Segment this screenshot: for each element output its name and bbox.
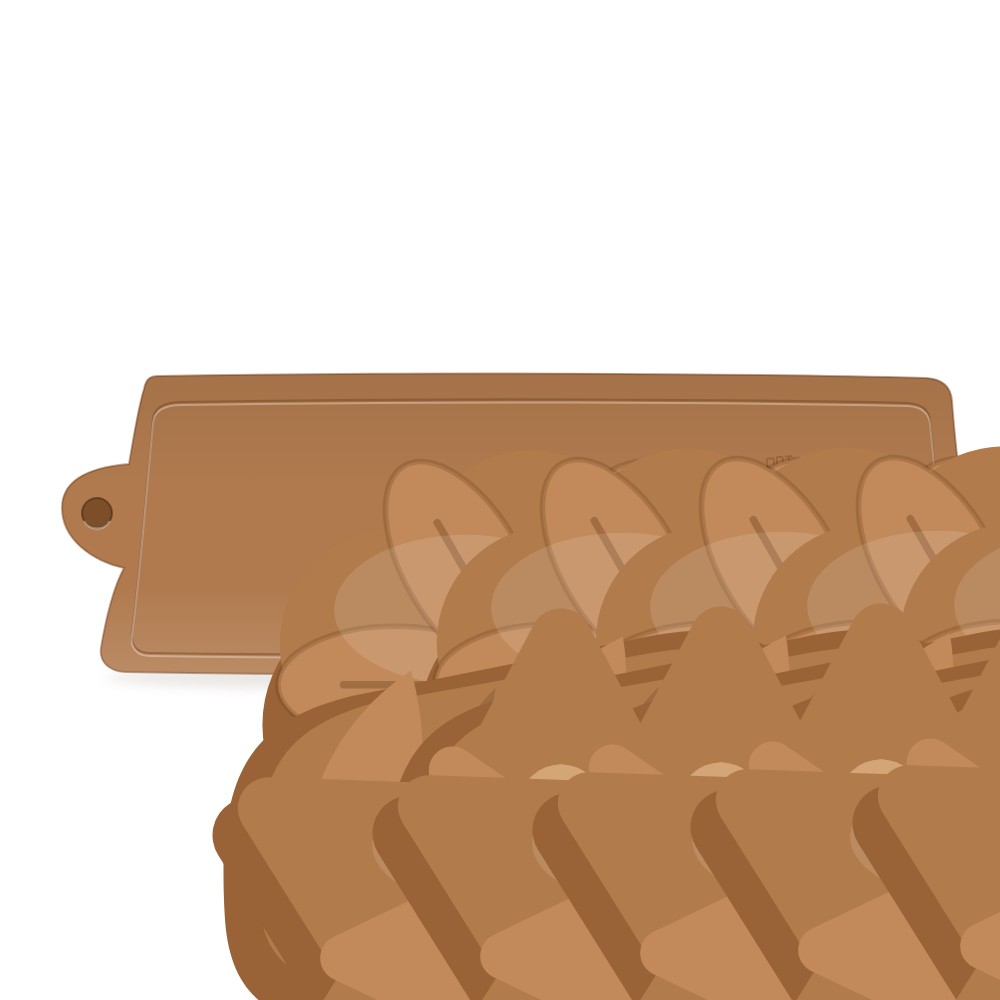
hang-hole <box>82 498 112 529</box>
mold-illustration <box>40 16 1000 1000</box>
product-photo <box>40 16 1000 1000</box>
